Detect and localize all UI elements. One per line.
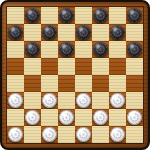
black-checker-glyph: ⛂ — [42, 25, 58, 41]
white-piece[interactable]: ⛀ — [8, 93, 24, 109]
board-cell[interactable] — [109, 109, 126, 126]
black-checker-glyph: ⛂ — [8, 25, 24, 41]
black-piece[interactable]: ⛂ — [76, 25, 92, 41]
board-cell[interactable] — [7, 58, 24, 75]
white-piece[interactable]: ⛀ — [93, 110, 109, 126]
board-cell[interactable] — [92, 75, 109, 92]
board-cell[interactable] — [58, 92, 75, 109]
board-cell[interactable] — [41, 109, 58, 126]
board-cell[interactable] — [7, 75, 24, 92]
black-checker-glyph: ⛂ — [25, 8, 41, 24]
white-checker-glyph: ⛀ — [76, 93, 92, 109]
checkers-board: ⛂⛂⛂⛂⛂⛂⛂⛂⛂⛂⛂⛂⛀⛀⛀⛀⛀⛀⛀⛀⛀⛀⛀⛀ — [7, 7, 143, 143]
board-cell[interactable] — [41, 58, 58, 75]
board-cell[interactable]: ⛀ — [75, 126, 92, 143]
black-piece[interactable]: ⛂ — [59, 8, 75, 24]
board-cell[interactable] — [126, 58, 143, 75]
black-piece[interactable]: ⛂ — [127, 42, 143, 58]
black-piece[interactable]: ⛂ — [93, 42, 109, 58]
white-piece[interactable]: ⛀ — [110, 93, 126, 109]
black-piece[interactable]: ⛂ — [25, 42, 41, 58]
board-cell[interactable]: ⛀ — [75, 92, 92, 109]
board-cell[interactable] — [109, 7, 126, 24]
white-checker-glyph: ⛀ — [93, 110, 109, 126]
board-cell[interactable] — [24, 58, 41, 75]
board-cell[interactable] — [126, 92, 143, 109]
board-cell[interactable] — [58, 126, 75, 143]
board-cell[interactable]: ⛀ — [7, 126, 24, 143]
board-cell[interactable]: ⛂ — [24, 41, 41, 58]
board-cell[interactable]: ⛂ — [126, 41, 143, 58]
board-cell[interactable] — [75, 75, 92, 92]
board-cell[interactable] — [41, 7, 58, 24]
board-cell[interactable]: ⛂ — [58, 7, 75, 24]
board-cell[interactable] — [58, 24, 75, 41]
white-checker-glyph: ⛀ — [110, 127, 126, 143]
white-piece[interactable]: ⛀ — [127, 110, 143, 126]
white-checker-glyph: ⛀ — [42, 93, 58, 109]
white-piece[interactable]: ⛀ — [110, 127, 126, 143]
white-piece[interactable]: ⛀ — [42, 93, 58, 109]
board-cell[interactable] — [24, 92, 41, 109]
black-checker-glyph: ⛂ — [110, 25, 126, 41]
board-cell[interactable]: ⛀ — [109, 126, 126, 143]
board-frame: ⛂⛂⛂⛂⛂⛂⛂⛂⛂⛂⛂⛂⛀⛀⛀⛀⛀⛀⛀⛀⛀⛀⛀⛀ — [0, 0, 150, 150]
board-cell[interactable]: ⛂ — [24, 7, 41, 24]
white-checker-glyph: ⛀ — [110, 93, 126, 109]
board-cell[interactable] — [109, 75, 126, 92]
board-cell[interactable] — [24, 75, 41, 92]
white-piece[interactable]: ⛀ — [59, 110, 75, 126]
board-cell[interactable] — [92, 24, 109, 41]
board-cell[interactable] — [24, 126, 41, 143]
board-cell[interactable] — [109, 58, 126, 75]
board-cell[interactable]: ⛂ — [92, 41, 109, 58]
white-piece[interactable]: ⛀ — [25, 110, 41, 126]
board-cell[interactable]: ⛀ — [41, 92, 58, 109]
black-checker-glyph: ⛂ — [25, 42, 41, 58]
board-cell[interactable]: ⛂ — [58, 41, 75, 58]
board-cell[interactable] — [92, 58, 109, 75]
board-cell[interactable]: ⛂ — [92, 7, 109, 24]
board-cell[interactable]: ⛀ — [126, 109, 143, 126]
board-cell[interactable] — [24, 24, 41, 41]
black-checker-glyph: ⛂ — [59, 8, 75, 24]
white-checker-glyph: ⛀ — [42, 127, 58, 143]
black-piece[interactable]: ⛂ — [42, 25, 58, 41]
black-checker-glyph: ⛂ — [59, 42, 75, 58]
black-piece[interactable]: ⛂ — [93, 8, 109, 24]
black-piece[interactable]: ⛂ — [8, 25, 24, 41]
board-cell[interactable] — [7, 7, 24, 24]
black-checker-glyph: ⛂ — [127, 8, 143, 24]
board-cell[interactable] — [92, 126, 109, 143]
board-cell[interactable] — [75, 7, 92, 24]
board-cell[interactable] — [109, 41, 126, 58]
board-cell[interactable] — [126, 75, 143, 92]
board-cell[interactable] — [126, 126, 143, 143]
black-checker-glyph: ⛂ — [127, 42, 143, 58]
white-piece[interactable]: ⛀ — [76, 93, 92, 109]
white-piece[interactable]: ⛀ — [76, 127, 92, 143]
black-checker-glyph: ⛂ — [93, 42, 109, 58]
board-cell[interactable] — [75, 58, 92, 75]
white-checker-glyph: ⛀ — [76, 127, 92, 143]
board-cell[interactable]: ⛂ — [75, 24, 92, 41]
board-cell[interactable]: ⛀ — [58, 109, 75, 126]
board-cell[interactable]: ⛂ — [109, 24, 126, 41]
board-cell[interactable]: ⛂ — [41, 24, 58, 41]
white-checker-glyph: ⛀ — [127, 110, 143, 126]
board-cell[interactable] — [75, 41, 92, 58]
board-cell[interactable] — [58, 75, 75, 92]
board-cell[interactable]: ⛂ — [126, 7, 143, 24]
board-cell[interactable] — [92, 92, 109, 109]
board-cell[interactable] — [126, 24, 143, 41]
white-checker-glyph: ⛀ — [8, 127, 24, 143]
board-cell[interactable] — [7, 109, 24, 126]
white-checker-glyph: ⛀ — [25, 110, 41, 126]
black-piece[interactable]: ⛂ — [59, 42, 75, 58]
board-cell[interactable] — [41, 41, 58, 58]
board-cell[interactable]: ⛀ — [41, 126, 58, 143]
white-piece[interactable]: ⛀ — [42, 127, 58, 143]
white-piece[interactable]: ⛀ — [8, 127, 24, 143]
board-cell[interactable] — [58, 58, 75, 75]
board-cell[interactable]: ⛀ — [24, 109, 41, 126]
board-cell[interactable] — [41, 75, 58, 92]
board-cell[interactable]: ⛀ — [7, 92, 24, 109]
board-cell[interactable] — [75, 109, 92, 126]
black-piece[interactable]: ⛂ — [127, 8, 143, 24]
black-piece[interactable]: ⛂ — [25, 8, 41, 24]
board-cell[interactable]: ⛂ — [7, 24, 24, 41]
board-cell[interactable] — [7, 41, 24, 58]
black-checker-glyph: ⛂ — [93, 8, 109, 24]
white-checker-glyph: ⛀ — [8, 93, 24, 109]
black-checker-glyph: ⛂ — [76, 25, 92, 41]
white-checker-glyph: ⛀ — [59, 110, 75, 126]
board-cell[interactable]: ⛀ — [92, 109, 109, 126]
black-piece[interactable]: ⛂ — [110, 25, 126, 41]
board-cell[interactable]: ⛀ — [109, 92, 126, 109]
